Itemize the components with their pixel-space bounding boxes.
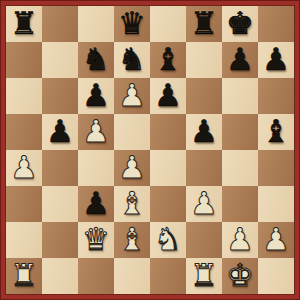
square-d7[interactable]: ♞ bbox=[114, 42, 150, 78]
square-a2[interactable] bbox=[6, 222, 42, 258]
piece-white-rook: ♜ bbox=[190, 258, 218, 293]
square-c2[interactable]: ♛ bbox=[78, 222, 114, 258]
piece-white-rook: ♜ bbox=[10, 258, 38, 293]
square-e5[interactable] bbox=[150, 114, 186, 150]
piece-white-bishop: ♝ bbox=[118, 186, 146, 221]
square-g4[interactable] bbox=[222, 150, 258, 186]
piece-black-pawn: ♟ bbox=[226, 42, 254, 77]
square-f5[interactable]: ♟ bbox=[186, 114, 222, 150]
square-g8[interactable]: ♚ bbox=[222, 6, 258, 42]
square-a6[interactable] bbox=[6, 78, 42, 114]
square-h7[interactable]: ♟ bbox=[258, 42, 294, 78]
square-e7[interactable]: ♝ bbox=[150, 42, 186, 78]
square-c4[interactable] bbox=[78, 150, 114, 186]
square-b6[interactable] bbox=[42, 78, 78, 114]
piece-black-bishop: ♝ bbox=[154, 42, 182, 77]
square-c6[interactable]: ♟ bbox=[78, 78, 114, 114]
square-h6[interactable] bbox=[258, 78, 294, 114]
square-a7[interactable] bbox=[6, 42, 42, 78]
square-f3[interactable]: ♟ bbox=[186, 186, 222, 222]
square-h4[interactable] bbox=[258, 150, 294, 186]
square-b8[interactable] bbox=[42, 6, 78, 42]
square-c7[interactable]: ♞ bbox=[78, 42, 114, 78]
square-f2[interactable] bbox=[186, 222, 222, 258]
piece-white-king: ♚ bbox=[226, 258, 254, 293]
square-h2[interactable]: ♟ bbox=[258, 222, 294, 258]
square-b7[interactable] bbox=[42, 42, 78, 78]
square-g2[interactable]: ♟ bbox=[222, 222, 258, 258]
piece-white-pawn: ♟ bbox=[190, 186, 218, 221]
square-g3[interactable] bbox=[222, 186, 258, 222]
piece-black-rook: ♜ bbox=[10, 6, 38, 41]
square-h5[interactable]: ♝ bbox=[258, 114, 294, 150]
square-h8[interactable] bbox=[258, 6, 294, 42]
square-d2[interactable]: ♝ bbox=[114, 222, 150, 258]
square-f6[interactable] bbox=[186, 78, 222, 114]
square-d1[interactable] bbox=[114, 258, 150, 294]
square-g7[interactable]: ♟ bbox=[222, 42, 258, 78]
square-e1[interactable] bbox=[150, 258, 186, 294]
square-a8[interactable]: ♜ bbox=[6, 6, 42, 42]
square-b3[interactable] bbox=[42, 186, 78, 222]
square-f8[interactable]: ♜ bbox=[186, 6, 222, 42]
square-a5[interactable] bbox=[6, 114, 42, 150]
square-b4[interactable] bbox=[42, 150, 78, 186]
square-c3[interactable]: ♟ bbox=[78, 186, 114, 222]
piece-black-pawn: ♟ bbox=[46, 114, 74, 149]
square-g5[interactable] bbox=[222, 114, 258, 150]
square-c8[interactable] bbox=[78, 6, 114, 42]
piece-black-pawn: ♟ bbox=[262, 42, 290, 77]
square-a3[interactable] bbox=[6, 186, 42, 222]
piece-black-queen: ♛ bbox=[118, 6, 146, 41]
square-d4[interactable]: ♟ bbox=[114, 150, 150, 186]
square-h3[interactable] bbox=[258, 186, 294, 222]
square-f1[interactable]: ♜ bbox=[186, 258, 222, 294]
square-h1[interactable] bbox=[258, 258, 294, 294]
square-b2[interactable] bbox=[42, 222, 78, 258]
piece-black-bishop: ♝ bbox=[262, 114, 290, 149]
piece-white-knight: ♞ bbox=[154, 222, 182, 257]
chess-board: ♜♛♜♚♞♞♝♟♟♟♟♟♟♟♟♝♟♟♟♝♟♛♝♞♟♟♜♜♚ bbox=[6, 6, 294, 294]
piece-black-pawn: ♟ bbox=[190, 114, 218, 149]
square-b5[interactable]: ♟ bbox=[42, 114, 78, 150]
piece-white-pawn: ♟ bbox=[118, 78, 146, 113]
square-d8[interactable]: ♛ bbox=[114, 6, 150, 42]
square-d6[interactable]: ♟ bbox=[114, 78, 150, 114]
square-e6[interactable]: ♟ bbox=[150, 78, 186, 114]
piece-black-pawn: ♟ bbox=[82, 78, 110, 113]
square-a1[interactable]: ♜ bbox=[6, 258, 42, 294]
square-c5[interactable]: ♟ bbox=[78, 114, 114, 150]
piece-black-knight: ♞ bbox=[118, 42, 146, 77]
piece-white-queen: ♛ bbox=[82, 222, 110, 257]
piece-white-pawn: ♟ bbox=[226, 222, 254, 257]
piece-black-pawn: ♟ bbox=[82, 186, 110, 221]
piece-white-pawn: ♟ bbox=[262, 222, 290, 257]
piece-black-king: ♚ bbox=[226, 6, 254, 41]
piece-black-rook: ♜ bbox=[190, 6, 218, 41]
square-d3[interactable]: ♝ bbox=[114, 186, 150, 222]
square-g1[interactable]: ♚ bbox=[222, 258, 258, 294]
square-d5[interactable] bbox=[114, 114, 150, 150]
piece-white-pawn: ♟ bbox=[118, 150, 146, 185]
square-c1[interactable] bbox=[78, 258, 114, 294]
chess-board-frame: ♜♛♜♚♞♞♝♟♟♟♟♟♟♟♟♝♟♟♟♝♟♛♝♞♟♟♜♜♚ bbox=[0, 0, 300, 300]
square-e8[interactable] bbox=[150, 6, 186, 42]
square-b1[interactable] bbox=[42, 258, 78, 294]
square-f7[interactable] bbox=[186, 42, 222, 78]
piece-black-pawn: ♟ bbox=[154, 78, 182, 113]
square-e4[interactable] bbox=[150, 150, 186, 186]
square-g6[interactable] bbox=[222, 78, 258, 114]
square-f4[interactable] bbox=[186, 150, 222, 186]
piece-white-pawn: ♟ bbox=[82, 114, 110, 149]
piece-black-knight: ♞ bbox=[82, 42, 110, 77]
piece-white-bishop: ♝ bbox=[118, 222, 146, 257]
square-e2[interactable]: ♞ bbox=[150, 222, 186, 258]
piece-white-pawn: ♟ bbox=[10, 150, 38, 185]
square-e3[interactable] bbox=[150, 186, 186, 222]
square-a4[interactable]: ♟ bbox=[6, 150, 42, 186]
